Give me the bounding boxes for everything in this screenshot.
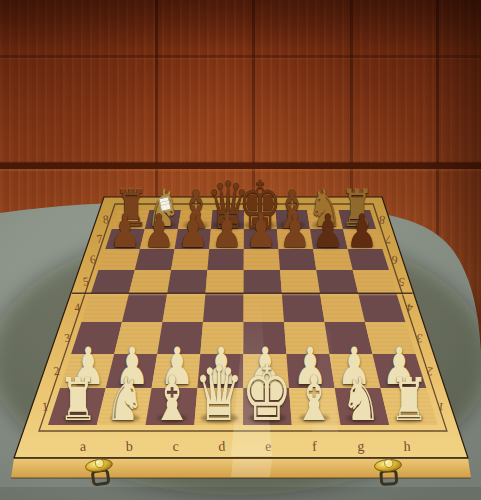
file-label-top-e: e (258, 199, 262, 209)
file-label-bottom-c: c (172, 439, 179, 454)
light-reflection-front (231, 459, 272, 477)
file-label-top-b: b (163, 199, 168, 209)
file-label-top-h: h (351, 199, 356, 209)
file-label-top-a: a (132, 199, 136, 209)
file-label-bottom-b: b (126, 439, 134, 454)
file-label-top-d: d (226, 199, 231, 209)
file-label-top-c: c (195, 199, 199, 209)
file-label-bottom-d: d (218, 439, 226, 454)
file-label-top-f: f (290, 199, 293, 209)
file-label-top-g: g (320, 199, 325, 209)
file-label-bottom-f: f (312, 439, 318, 454)
chessboard: aabbccddeeffgghh1122334455667788 (0, 0, 481, 500)
file-label-bottom-g: g (357, 439, 365, 454)
file-label-bottom-h: h (403, 439, 411, 454)
